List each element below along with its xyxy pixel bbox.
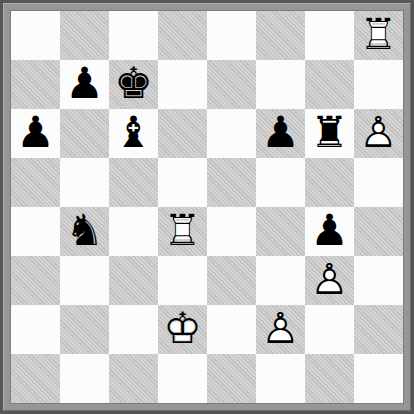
white-rook[interactable]: ♜♖ xyxy=(158,207,207,256)
square-a6[interactable]: ♟ xyxy=(11,109,60,158)
square-f1[interactable] xyxy=(256,354,305,403)
square-g3[interactable]: ♟♙ xyxy=(305,256,354,305)
square-h7[interactable] xyxy=(354,60,403,109)
black-rook[interactable]: ♜ xyxy=(305,109,354,158)
white-king[interactable]: ♚♔ xyxy=(158,305,207,354)
black-pawn-glyph: ♟ xyxy=(305,207,354,256)
square-e6[interactable] xyxy=(207,109,256,158)
black-king[interactable]: ♚ xyxy=(109,60,158,109)
chess-diagram-frame: ♜♖♟♚♟♝♟♜♟♙♞♜♖♟♟♙♚♔♟♙ xyxy=(0,0,414,414)
square-g4[interactable]: ♟ xyxy=(305,207,354,256)
square-g2[interactable] xyxy=(305,305,354,354)
white-pawn[interactable]: ♟♙ xyxy=(305,256,354,305)
square-e1[interactable] xyxy=(207,354,256,403)
square-d6[interactable] xyxy=(158,109,207,158)
black-bishop[interactable]: ♝ xyxy=(109,109,158,158)
square-b5[interactable] xyxy=(60,158,109,207)
square-f6[interactable]: ♟ xyxy=(256,109,305,158)
square-g5[interactable] xyxy=(305,158,354,207)
square-d7[interactable] xyxy=(158,60,207,109)
white-rook-outline: ♖ xyxy=(354,11,403,60)
square-a8[interactable] xyxy=(11,11,60,60)
square-a7[interactable] xyxy=(11,60,60,109)
black-pawn[interactable]: ♟ xyxy=(256,109,305,158)
square-h4[interactable] xyxy=(354,207,403,256)
square-b3[interactable] xyxy=(60,256,109,305)
square-a1[interactable] xyxy=(11,354,60,403)
square-h8[interactable]: ♜♖ xyxy=(354,11,403,60)
square-a4[interactable] xyxy=(11,207,60,256)
square-c6[interactable]: ♝ xyxy=(109,109,158,158)
square-f5[interactable] xyxy=(256,158,305,207)
square-b7[interactable]: ♟ xyxy=(60,60,109,109)
square-e2[interactable] xyxy=(207,305,256,354)
square-d4[interactable]: ♜♖ xyxy=(158,207,207,256)
black-bishop-glyph: ♝ xyxy=(109,109,158,158)
square-f7[interactable] xyxy=(256,60,305,109)
square-e5[interactable] xyxy=(207,158,256,207)
black-pawn-glyph: ♟ xyxy=(11,109,60,158)
square-d5[interactable] xyxy=(158,158,207,207)
square-d3[interactable] xyxy=(158,256,207,305)
white-pawn-outline: ♙ xyxy=(354,109,403,158)
chess-board: ♜♖♟♚♟♝♟♜♟♙♞♜♖♟♟♙♚♔♟♙ xyxy=(11,11,403,403)
square-a2[interactable] xyxy=(11,305,60,354)
square-c3[interactable] xyxy=(109,256,158,305)
square-c8[interactable] xyxy=(109,11,158,60)
square-e4[interactable] xyxy=(207,207,256,256)
square-a5[interactable] xyxy=(11,158,60,207)
square-h2[interactable] xyxy=(354,305,403,354)
white-pawn-outline: ♙ xyxy=(305,256,354,305)
square-c1[interactable] xyxy=(109,354,158,403)
square-g6[interactable]: ♜ xyxy=(305,109,354,158)
white-rook-outline: ♖ xyxy=(158,207,207,256)
square-c4[interactable] xyxy=(109,207,158,256)
square-f8[interactable] xyxy=(256,11,305,60)
white-pawn-outline: ♙ xyxy=(256,305,305,354)
square-g1[interactable] xyxy=(305,354,354,403)
square-f4[interactable] xyxy=(256,207,305,256)
square-f3[interactable] xyxy=(256,256,305,305)
square-e8[interactable] xyxy=(207,11,256,60)
square-a3[interactable] xyxy=(11,256,60,305)
square-c7[interactable]: ♚ xyxy=(109,60,158,109)
square-e3[interactable] xyxy=(207,256,256,305)
square-f2[interactable]: ♟♙ xyxy=(256,305,305,354)
white-pawn[interactable]: ♟♙ xyxy=(354,109,403,158)
square-e7[interactable] xyxy=(207,60,256,109)
square-h6[interactable]: ♟♙ xyxy=(354,109,403,158)
square-d2[interactable]: ♚♔ xyxy=(158,305,207,354)
black-pawn[interactable]: ♟ xyxy=(305,207,354,256)
black-pawn-glyph: ♟ xyxy=(60,60,109,109)
square-g7[interactable] xyxy=(305,60,354,109)
square-b6[interactable] xyxy=(60,109,109,158)
white-king-outline: ♔ xyxy=(158,305,207,354)
square-b1[interactable] xyxy=(60,354,109,403)
black-pawn-glyph: ♟ xyxy=(256,109,305,158)
square-c5[interactable] xyxy=(109,158,158,207)
square-d1[interactable] xyxy=(158,354,207,403)
square-h1[interactable] xyxy=(354,354,403,403)
square-d8[interactable] xyxy=(158,11,207,60)
black-pawn[interactable]: ♟ xyxy=(60,60,109,109)
square-b4[interactable]: ♞ xyxy=(60,207,109,256)
white-rook[interactable]: ♜♖ xyxy=(354,11,403,60)
square-h3[interactable] xyxy=(354,256,403,305)
black-knight[interactable]: ♞ xyxy=(60,207,109,256)
white-pawn[interactable]: ♟♙ xyxy=(256,305,305,354)
black-knight-glyph: ♞ xyxy=(60,207,109,256)
black-rook-glyph: ♜ xyxy=(305,109,354,158)
black-pawn[interactable]: ♟ xyxy=(11,109,60,158)
square-b8[interactable] xyxy=(60,11,109,60)
square-b2[interactable] xyxy=(60,305,109,354)
black-king-glyph: ♚ xyxy=(109,60,158,109)
square-h5[interactable] xyxy=(354,158,403,207)
square-g8[interactable] xyxy=(305,11,354,60)
square-c2[interactable] xyxy=(109,305,158,354)
